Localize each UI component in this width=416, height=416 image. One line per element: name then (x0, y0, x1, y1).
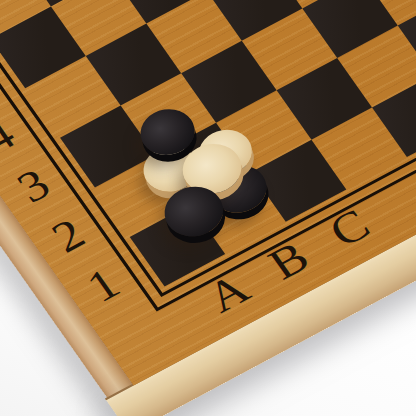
board: 4321ABC (0, 0, 416, 386)
board-photo: 4321ABC (0, 0, 416, 416)
